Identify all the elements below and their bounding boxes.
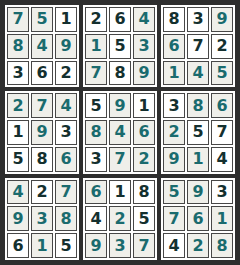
- cell-r4c3-given: 4: [55, 93, 77, 118]
- cell-r9c9-given: 8: [211, 233, 233, 258]
- cell-r1c3-entry[interactable]: 1: [55, 7, 77, 32]
- cell-r8c8-given: 6: [187, 206, 209, 231]
- cell-r3c7-given: 1: [163, 61, 185, 86]
- cell-r1c4-entry[interactable]: 2: [85, 7, 107, 32]
- cell-r9c1-entry[interactable]: 6: [7, 233, 29, 258]
- cell-r7c8-given: 9: [187, 180, 209, 205]
- cell-r8c5-given: 2: [109, 206, 131, 231]
- cell-r4c2-given: 7: [31, 93, 53, 118]
- cell-r6c7-given: 9: [163, 147, 185, 172]
- cell-r6c6-given: 2: [133, 147, 155, 172]
- cell-r2c5-entry[interactable]: 5: [109, 34, 131, 59]
- sudoku-box-8: 618425937: [81, 176, 159, 262]
- cell-r9c2-given: 1: [31, 233, 53, 258]
- cell-r8c6-entry[interactable]: 5: [133, 206, 155, 231]
- cell-r1c1-given: 7: [7, 7, 29, 32]
- cell-r9c5-given: 3: [109, 233, 131, 258]
- cell-r5c8-entry[interactable]: 5: [187, 120, 209, 145]
- cell-r2c8-entry[interactable]: 7: [187, 34, 209, 59]
- cell-r3c2-entry[interactable]: 6: [31, 61, 53, 86]
- cell-r6c8-given: 1: [187, 147, 209, 172]
- sudoku-box-3: 839672145: [159, 3, 237, 89]
- cell-r3c1-entry[interactable]: 3: [7, 61, 29, 86]
- cell-r7c6-entry[interactable]: 8: [133, 180, 155, 205]
- cell-r2c1-given: 8: [7, 34, 29, 59]
- cell-r4c5-given: 9: [109, 93, 131, 118]
- cell-r5c3-entry[interactable]: 3: [55, 120, 77, 145]
- cell-r6c2-entry[interactable]: 8: [31, 147, 53, 172]
- cell-r6c5-given: 7: [109, 147, 131, 172]
- cell-r7c3-given: 7: [55, 180, 77, 205]
- sudoku-box-2: 264153789: [81, 3, 159, 89]
- cell-r1c8-entry[interactable]: 3: [187, 7, 209, 32]
- cell-r5c6-given: 6: [133, 120, 155, 145]
- cell-r7c5-entry[interactable]: 1: [109, 180, 131, 205]
- cell-r4c4-entry[interactable]: 5: [85, 93, 107, 118]
- cell-r9c6-given: 7: [133, 233, 155, 258]
- cell-r1c9-given: 9: [211, 7, 233, 32]
- cell-r6c3-given: 6: [55, 147, 77, 172]
- cell-r5c7-given: 2: [163, 120, 185, 145]
- sudoku-box-1: 751849362: [3, 3, 81, 89]
- cell-r5c2-given: 9: [31, 120, 53, 145]
- cell-r7c7-given: 5: [163, 180, 185, 205]
- cell-r8c1-given: 9: [7, 206, 29, 231]
- cell-r9c8-given: 2: [187, 233, 209, 258]
- cell-r6c4-entry[interactable]: 3: [85, 147, 107, 172]
- cell-r8c4-entry[interactable]: 4: [85, 206, 107, 231]
- cell-r4c1-given: 2: [7, 93, 29, 118]
- cell-r8c2-given: 3: [31, 206, 53, 231]
- cell-r8c7-given: 7: [163, 206, 185, 231]
- cell-r2c4-given: 1: [85, 34, 107, 59]
- cell-r7c4-given: 6: [85, 180, 107, 205]
- sudoku-box-4: 274193586: [3, 89, 81, 175]
- cell-r5c5-given: 4: [109, 120, 131, 145]
- cell-r7c1-given: 4: [7, 180, 29, 205]
- cell-r3c8-given: 4: [187, 61, 209, 86]
- cell-r4c9-given: 6: [211, 93, 233, 118]
- cell-r3c9-given: 5: [211, 61, 233, 86]
- cell-r5c1-entry[interactable]: 1: [7, 120, 29, 145]
- cell-r4c7-entry[interactable]: 3: [163, 93, 185, 118]
- sudoku-box-7: 427938615: [3, 176, 81, 262]
- cell-r1c7-entry[interactable]: 8: [163, 7, 185, 32]
- cell-r9c3-entry[interactable]: 5: [55, 233, 77, 258]
- cell-r6c1-entry[interactable]: 5: [7, 147, 29, 172]
- cell-r8c9-given: 1: [211, 206, 233, 231]
- cell-r1c5-entry[interactable]: 6: [109, 7, 131, 32]
- cell-r6c9-entry[interactable]: 4: [211, 147, 233, 172]
- sudoku-box-5: 591846372: [81, 89, 159, 175]
- cell-r8c3-given: 8: [55, 206, 77, 231]
- sudoku-box-6: 386257914: [159, 89, 237, 175]
- cell-r2c3-given: 9: [55, 34, 77, 59]
- sudoku-board: 7518493622641537898396721452741935865918…: [0, 0, 240, 265]
- cell-r2c2-given: 4: [31, 34, 53, 59]
- cell-r3c6-given: 9: [133, 61, 155, 86]
- cell-r1c2-given: 5: [31, 7, 53, 32]
- cell-r3c4-given: 7: [85, 61, 107, 86]
- cell-r2c6-given: 3: [133, 34, 155, 59]
- cell-r9c4-given: 9: [85, 233, 107, 258]
- sudoku-box-9: 593761428: [159, 176, 237, 262]
- cell-r5c9-entry[interactable]: 7: [211, 120, 233, 145]
- cell-r2c7-given: 6: [163, 34, 185, 59]
- cell-r4c6-entry[interactable]: 1: [133, 93, 155, 118]
- cell-r2c9-entry[interactable]: 2: [211, 34, 233, 59]
- cell-r1c6-given: 4: [133, 7, 155, 32]
- cell-r3c3-entry[interactable]: 2: [55, 61, 77, 86]
- cell-r9c7-entry[interactable]: 4: [163, 233, 185, 258]
- cell-r7c2-entry[interactable]: 2: [31, 180, 53, 205]
- cell-r4c8-given: 8: [187, 93, 209, 118]
- cell-r5c4-given: 8: [85, 120, 107, 145]
- cell-r7c9-entry[interactable]: 3: [211, 180, 233, 205]
- cell-r3c5-entry[interactable]: 8: [109, 61, 131, 86]
